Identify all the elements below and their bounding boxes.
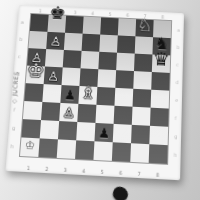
board-border: 12345678 abcdefgh abcdefgh 12345678 ◇ JU… bbox=[5, 5, 184, 180]
square-a7[interactable] bbox=[29, 31, 48, 49]
square-c8[interactable] bbox=[65, 16, 84, 34]
coordinates-bottom: 12345678 bbox=[19, 164, 167, 178]
coordinate-label: d bbox=[175, 73, 179, 91]
square-f2[interactable] bbox=[113, 124, 132, 143]
off-board-piece-tip bbox=[111, 185, 130, 200]
photo-background: 12345678 abcdefgh abcdefgh 12345678 ◇ JU… bbox=[0, 0, 200, 200]
square-c6[interactable] bbox=[63, 50, 82, 68]
square-g3[interactable] bbox=[132, 107, 151, 126]
square-b7[interactable]: ♙ bbox=[46, 32, 65, 50]
square-h1[interactable] bbox=[149, 144, 168, 164]
square-e5[interactable] bbox=[97, 69, 116, 88]
square-b4[interactable] bbox=[42, 84, 61, 103]
square-g5[interactable] bbox=[133, 71, 152, 90]
square-a1[interactable]: ♔ bbox=[20, 137, 40, 157]
coordinate-label: 5 bbox=[101, 10, 119, 17]
square-b1[interactable] bbox=[38, 138, 58, 158]
white-pawn[interactable]: ♙ bbox=[46, 35, 64, 48]
coordinates-right: abcdefgh bbox=[174, 21, 181, 164]
square-g4[interactable] bbox=[133, 89, 152, 108]
coordinate-label: 8 bbox=[154, 13, 172, 20]
brand-label: ◇ JUCRES bbox=[10, 89, 18, 103]
square-f3[interactable] bbox=[114, 106, 133, 125]
coordinate-label: a bbox=[20, 13, 24, 30]
square-e3[interactable] bbox=[95, 105, 114, 124]
square-a4[interactable] bbox=[24, 83, 43, 102]
square-h3[interactable] bbox=[150, 108, 169, 127]
square-h2[interactable] bbox=[149, 126, 168, 145]
square-a8[interactable] bbox=[30, 14, 49, 32]
coordinate-label: h bbox=[174, 146, 178, 165]
coordinate-label: 2 bbox=[37, 165, 56, 172]
square-b2[interactable] bbox=[40, 120, 59, 139]
square-e4[interactable] bbox=[96, 87, 115, 106]
square-e8[interactable] bbox=[100, 17, 118, 35]
coordinate-label: 7 bbox=[130, 170, 149, 177]
square-a3[interactable] bbox=[23, 101, 42, 120]
coordinate-label: 1 bbox=[19, 164, 38, 171]
coordinate-label: 4 bbox=[84, 10, 102, 17]
chess-board: 12345678 abcdefgh abcdefgh 12345678 ◇ JU… bbox=[5, 5, 190, 189]
square-a5[interactable]: ♔ bbox=[26, 66, 45, 85]
coordinate-label: c bbox=[176, 56, 180, 74]
coordinate-label: e bbox=[175, 91, 179, 109]
square-f8[interactable] bbox=[118, 18, 136, 36]
square-d8[interactable] bbox=[83, 17, 102, 35]
square-d1[interactable] bbox=[75, 140, 94, 160]
square-f4[interactable] bbox=[114, 88, 133, 107]
coordinate-label: b bbox=[176, 38, 180, 55]
square-b6[interactable] bbox=[45, 49, 64, 67]
coordinate-label: 1 bbox=[31, 7, 49, 13]
square-c5[interactable] bbox=[62, 67, 81, 86]
square-h6[interactable]: ♛ bbox=[152, 55, 170, 73]
square-g1[interactable] bbox=[130, 143, 149, 163]
square-c2[interactable] bbox=[58, 121, 77, 140]
square-e7[interactable] bbox=[99, 35, 118, 53]
white-bishop[interactable]: ♗ bbox=[79, 84, 98, 102]
coordinate-label: b bbox=[19, 30, 24, 47]
square-f6[interactable] bbox=[116, 53, 135, 71]
square-g2[interactable] bbox=[131, 125, 150, 144]
white-king[interactable]: ♔ bbox=[26, 61, 45, 80]
square-b3[interactable] bbox=[41, 102, 60, 121]
board-grid: ♚♘♙♞♙♛♔♙♟♗♙♟♔ bbox=[20, 14, 171, 164]
square-b5[interactable]: ♙ bbox=[44, 66, 63, 85]
square-d3[interactable] bbox=[77, 104, 96, 123]
square-e2[interactable]: ♟ bbox=[94, 123, 113, 142]
coordinate-label: 6 bbox=[111, 169, 130, 176]
coordinate-label: g bbox=[11, 119, 16, 137]
square-d6[interactable] bbox=[81, 51, 100, 69]
black-king[interactable]: ♚ bbox=[48, 4, 67, 23]
white-knight[interactable]: ♘ bbox=[136, 17, 154, 34]
square-c4[interactable]: ♟ bbox=[60, 85, 79, 104]
coordinate-label: a bbox=[177, 21, 181, 38]
square-b8[interactable]: ♚ bbox=[47, 15, 66, 33]
square-h5[interactable] bbox=[151, 72, 169, 91]
black-pawn[interactable]: ♟ bbox=[95, 126, 114, 140]
black-queen[interactable]: ♛ bbox=[152, 50, 170, 69]
square-d4[interactable]: ♗ bbox=[78, 86, 97, 105]
coordinate-label: 3 bbox=[56, 166, 75, 173]
coordinate-label: 4 bbox=[74, 167, 93, 174]
square-g8[interactable]: ♘ bbox=[135, 19, 153, 37]
coordinate-label: 8 bbox=[148, 171, 167, 178]
square-d2[interactable] bbox=[76, 122, 95, 141]
coordinate-label: 3 bbox=[66, 9, 84, 16]
square-f5[interactable] bbox=[115, 70, 134, 89]
square-c1[interactable] bbox=[57, 139, 76, 159]
square-c3[interactable]: ♙ bbox=[59, 103, 78, 122]
white-pawn[interactable]: ♙ bbox=[44, 69, 63, 83]
white-pawn[interactable]: ♙ bbox=[59, 106, 78, 120]
coordinate-label: 6 bbox=[119, 11, 137, 18]
square-f7[interactable] bbox=[117, 35, 135, 53]
square-c7[interactable] bbox=[64, 33, 83, 51]
coordinate-label: g bbox=[174, 127, 178, 146]
square-e1[interactable] bbox=[93, 141, 112, 161]
board-logo-emblem: ♔ bbox=[20, 139, 39, 151]
coordinate-label: h bbox=[10, 137, 15, 156]
coordinate-label: 5 bbox=[93, 168, 112, 175]
coordinate-label: f bbox=[175, 109, 179, 127]
coordinate-label: c bbox=[17, 48, 22, 66]
square-e6[interactable] bbox=[98, 52, 117, 70]
square-h4[interactable] bbox=[151, 90, 170, 109]
square-f1[interactable] bbox=[112, 142, 131, 162]
black-pawn[interactable]: ♟ bbox=[60, 88, 79, 102]
square-a2[interactable] bbox=[21, 119, 41, 138]
square-d7[interactable] bbox=[82, 34, 101, 52]
square-g7[interactable] bbox=[135, 36, 153, 54]
square-g6[interactable] bbox=[134, 54, 152, 72]
